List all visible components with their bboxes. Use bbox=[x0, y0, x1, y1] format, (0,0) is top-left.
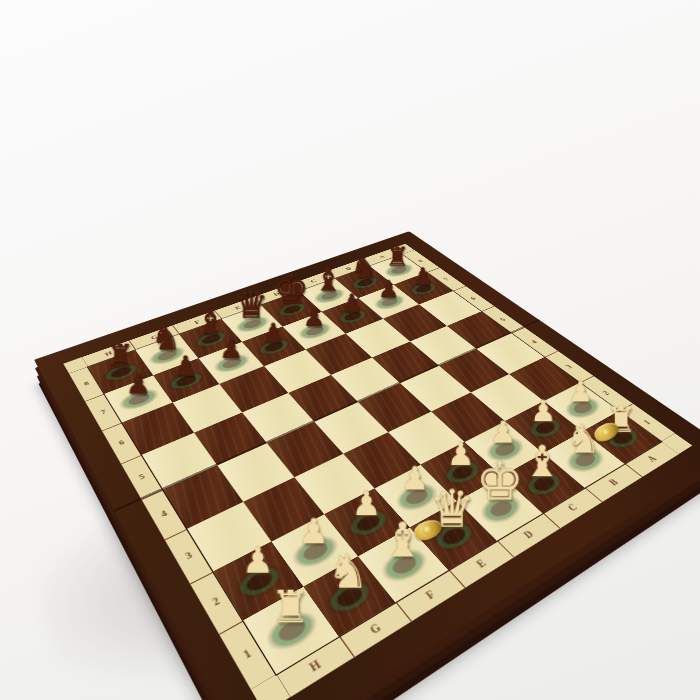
square-d4[interactable] bbox=[358, 383, 430, 432]
scene: HGFEDCBA HGFEDCBA 87654321 87654321 ♜♞♝♛… bbox=[0, 0, 700, 700]
square-a4[interactable] bbox=[476, 333, 544, 374]
chess-board-grid: ♜♞♝♛♚♝♞♜♟♟♟♟♟♟♟♟♟♟♟♟♟♟♟♟♜♞♝♛♚♝♞♜ bbox=[88, 255, 661, 675]
piece-white-pawn-h2[interactable]: ♟ bbox=[222, 545, 293, 579]
piece-black-pawn-g7[interactable]: ♟ bbox=[159, 354, 213, 380]
piece-white-rook-h1[interactable]: ♜ bbox=[252, 586, 328, 628]
piece-black-rook-h8[interactable]: ♜ bbox=[93, 341, 146, 371]
board-frame: HGFEDCBA HGFEDCBA 87654321 87654321 ♜♞♝♛… bbox=[34, 231, 700, 700]
folding-chess-box: HGFEDCBA HGFEDCBA 87654321 87654321 ♜♞♝♛… bbox=[34, 231, 700, 700]
product-photo-background: HGFEDCBA HGFEDCBA 87654321 87654321 ♜♞♝♛… bbox=[0, 0, 700, 700]
piece-black-pawn-h7[interactable]: ♟ bbox=[110, 372, 166, 398]
